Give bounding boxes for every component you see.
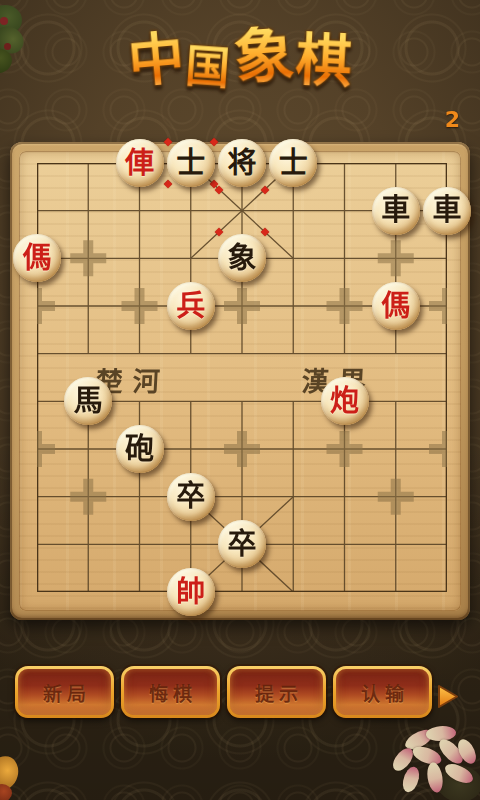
board-piece-black[interactable]: 車 bbox=[372, 187, 420, 235]
hint-button-label: 提示 bbox=[230, 669, 323, 715]
undo-button-label: 悔棋 bbox=[124, 669, 217, 715]
board-piece-red[interactable]: 炮 bbox=[321, 377, 369, 425]
hint-button[interactable]: 提示 bbox=[227, 666, 326, 718]
toolbar: 新局 悔棋 提示 认输 bbox=[15, 666, 432, 718]
title-char: 中 bbox=[126, 29, 187, 90]
lotus-flower-decoration bbox=[378, 726, 480, 800]
board-piece-black[interactable]: 卒 bbox=[218, 520, 266, 568]
title-char: 国 bbox=[184, 45, 231, 92]
xiangqi-board[interactable]: 楚河 漢界 俥士将士車車傌象兵傌馬炮砲卒卒帥 bbox=[10, 142, 470, 620]
board-piece-black[interactable]: 卒 bbox=[167, 473, 215, 521]
board-piece-black[interactable]: 将 bbox=[218, 139, 266, 187]
board-piece-black[interactable]: 砲 bbox=[116, 425, 164, 473]
level-indicator: 2 bbox=[445, 107, 460, 132]
board-piece-black[interactable]: 車 bbox=[423, 187, 471, 235]
resign-button[interactable]: 认输 bbox=[333, 666, 432, 718]
board-piece-red[interactable]: 傌 bbox=[372, 282, 420, 330]
bottom-left-decoration bbox=[0, 756, 26, 800]
title-char: 象 bbox=[232, 24, 296, 88]
more-buttons-arrow-icon[interactable] bbox=[436, 683, 460, 714]
board-piece-black[interactable]: 士 bbox=[167, 139, 215, 187]
resign-button-label: 认输 bbox=[336, 669, 429, 715]
board-piece-black[interactable]: 士 bbox=[269, 139, 317, 187]
board-piece-red[interactable]: 帥 bbox=[167, 568, 215, 616]
title-char: 棋 bbox=[294, 31, 353, 90]
board-piece-red[interactable]: 兵 bbox=[167, 282, 215, 330]
board-piece-red[interactable]: 傌 bbox=[13, 234, 61, 282]
last-move-marker-dot bbox=[210, 138, 218, 146]
new-game-button-label: 新局 bbox=[18, 669, 111, 715]
app-title: 中国象棋 bbox=[0, 26, 480, 86]
undo-button[interactable]: 悔棋 bbox=[121, 666, 220, 718]
new-game-button[interactable]: 新局 bbox=[15, 666, 114, 718]
last-move-marker-dot bbox=[164, 138, 172, 146]
board-piece-red[interactable]: 俥 bbox=[116, 139, 164, 187]
board-piece-black[interactable]: 象 bbox=[218, 234, 266, 282]
